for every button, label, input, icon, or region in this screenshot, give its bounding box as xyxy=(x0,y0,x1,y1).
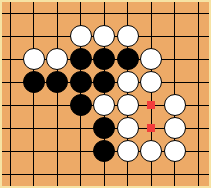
white-stone xyxy=(164,94,186,116)
white-stone xyxy=(70,25,92,47)
white-stone xyxy=(164,140,186,162)
grid-line-vertical xyxy=(57,2,58,186)
grid-line-vertical xyxy=(198,2,199,186)
white-stone xyxy=(164,117,186,139)
grid-line-vertical xyxy=(33,2,34,186)
black-stone xyxy=(70,94,92,116)
white-stone xyxy=(93,25,115,47)
black-stone xyxy=(23,71,45,93)
white-stone xyxy=(46,48,68,70)
black-stone xyxy=(93,71,115,93)
goban-frame xyxy=(0,0,211,188)
black-stone xyxy=(93,48,115,70)
white-stone xyxy=(93,94,115,116)
black-stone xyxy=(46,71,68,93)
black-stone xyxy=(93,140,115,162)
red-square-marker xyxy=(147,124,155,132)
grid-line-horizontal xyxy=(2,13,209,14)
white-stone xyxy=(23,48,45,70)
white-stone xyxy=(117,25,139,47)
white-stone xyxy=(140,140,162,162)
white-stone xyxy=(140,71,162,93)
grid-line-vertical xyxy=(10,2,11,186)
black-stone xyxy=(93,117,115,139)
white-stone xyxy=(140,48,162,70)
white-stone xyxy=(117,71,139,93)
go-board xyxy=(2,2,209,186)
black-stone xyxy=(117,48,139,70)
black-stone xyxy=(70,48,92,70)
red-square-marker xyxy=(147,101,155,109)
black-stone xyxy=(70,71,92,93)
white-stone xyxy=(117,140,139,162)
grid-line-horizontal xyxy=(2,174,209,175)
white-stone xyxy=(117,94,139,116)
white-stone xyxy=(117,117,139,139)
